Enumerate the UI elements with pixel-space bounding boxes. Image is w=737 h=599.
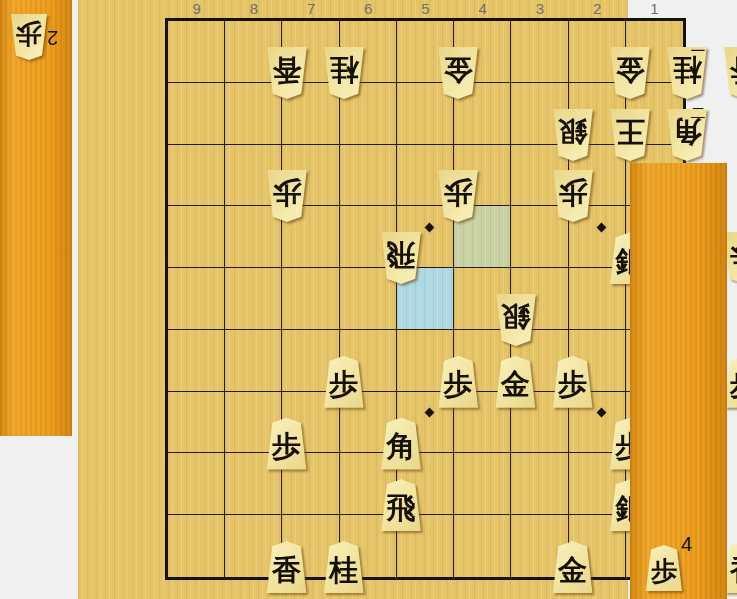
file-label-7: 7 [282,0,339,18]
piece-kanji: 歩 [643,545,685,591]
star-point [596,408,606,418]
board-panel: 987654321 香桂金金桂香銀王角歩歩歩歩飛銀歩銀歩歩金歩歩歩角歩歩飛銀玉香… [78,0,628,599]
square-9八[interactable] [168,453,225,515]
gote-captured-pawn[interactable]: 歩 [8,14,50,60]
piece-kanji: 香 [264,47,310,99]
piece-kanji: 歩 [264,170,310,222]
piece-gote-6三[interactable]: 歩 [435,170,481,222]
file-label-3: 3 [511,0,568,18]
square-9三[interactable] [168,145,225,207]
square-9一[interactable] [168,21,225,83]
sente-captured-pawn-count: 4 [681,533,692,556]
rank-label-一: 一 [688,21,708,83]
piece-gote-1一[interactable]: 香 [721,47,737,99]
piece-gote-7四[interactable]: 飛 [378,232,424,284]
piece-sente-9七[interactable]: 歩 [264,418,310,470]
piece-gote-3一[interactable]: 金 [607,47,653,99]
piece-gote-9三[interactable]: 歩 [264,170,310,222]
piece-sente-6六[interactable]: 歩 [435,356,481,408]
square-9二[interactable] [168,83,225,145]
gote-captured-tray: 歩 2 [0,0,72,436]
piece-kanji: 歩 [264,418,310,470]
piece-gote-3二[interactable]: 王 [607,109,653,161]
piece-sente-9九[interactable]: 香 [264,541,310,593]
piece-kanji: 歩 [8,14,50,60]
star-point [596,222,606,232]
piece-kanji: 香 [721,47,737,99]
piece-kanji: 角 [378,418,424,470]
file-label-8: 8 [225,0,282,18]
piece-kanji: 香 [264,541,310,593]
piece-sente-8六[interactable]: 歩 [321,356,367,408]
piece-gote-6一[interactable]: 金 [435,47,481,99]
piece-sente-4六[interactable]: 歩 [550,356,596,408]
piece-kanji: 銀 [493,294,539,346]
rank-label-二: 二 [688,83,708,145]
piece-kanji: 歩 [435,170,481,222]
piece-sente-7七[interactable]: 角 [378,418,424,470]
piece-kanji: 金 [607,47,653,99]
file-label-2: 2 [569,0,626,18]
piece-gote-5五[interactable]: 銀 [493,294,539,346]
star-point [425,222,435,232]
piece-kanji: 歩 [321,356,367,408]
shogi-app: 歩 2 987654321 香桂金金桂香銀王角歩歩歩歩飛銀歩銀歩歩金歩歩歩角歩歩… [0,0,737,599]
piece-kanji: 歩 [435,356,481,408]
piece-kanji: 金 [493,356,539,408]
shogi-board: 香桂金金桂香銀王角歩歩歩歩飛銀歩銀歩歩金歩歩歩角歩歩飛銀玉香桂金桂香 [165,18,686,580]
piece-kanji: 桂 [321,47,367,99]
square-9五[interactable] [168,268,225,330]
sente-captured-tray: 歩 4 [630,163,727,599]
file-label-5: 5 [397,0,454,18]
piece-gote-4二[interactable]: 銀 [550,109,596,161]
file-label-9: 9 [168,0,225,18]
sente-captured-pawn[interactable]: 歩 [643,545,685,591]
piece-gote-8一[interactable]: 桂 [321,47,367,99]
file-labels: 987654321 [168,0,683,18]
piece-gote-9一[interactable]: 香 [264,47,310,99]
piece-sente-8九[interactable]: 桂 [321,541,367,593]
square-9七[interactable] [168,392,225,454]
square-9六[interactable] [168,330,225,392]
piece-sente-5六[interactable]: 金 [493,356,539,408]
piece-kanji: 桂 [321,541,367,593]
square-9九[interactable] [168,515,225,577]
piece-kanji: 銀 [550,109,596,161]
square-9四[interactable] [168,206,225,268]
file-label-1: 1 [626,0,683,18]
gote-captured-pawn-count: 2 [47,26,58,49]
piece-gote-4三[interactable]: 歩 [550,170,596,222]
piece-kanji: 飛 [378,479,424,531]
piece-kanji: 金 [435,47,481,99]
piece-kanji: 歩 [550,356,596,408]
star-point [425,408,435,418]
piece-kanji: 王 [607,109,653,161]
file-label-6: 6 [340,0,397,18]
file-label-4: 4 [454,0,511,18]
piece-kanji: 金 [550,541,596,593]
piece-sente-4九[interactable]: 金 [550,541,596,593]
piece-sente-7八[interactable]: 飛 [378,479,424,531]
piece-kanji: 歩 [550,170,596,222]
piece-kanji: 飛 [378,232,424,284]
